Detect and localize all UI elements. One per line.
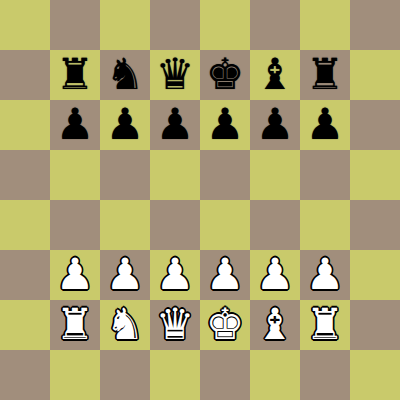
- piece-black-pawn[interactable]: ♟: [56, 99, 95, 149]
- square-f3[interactable]: ♟: [250, 250, 300, 300]
- piece-white-queen[interactable]: ♛: [156, 299, 195, 349]
- square-g4[interactable]: [300, 200, 350, 250]
- square-d8[interactable]: [150, 0, 200, 50]
- square-e1[interactable]: [200, 350, 250, 400]
- square-h6[interactable]: [350, 100, 400, 150]
- piece-black-pawn[interactable]: ♟: [156, 99, 195, 149]
- piece-white-pawn[interactable]: ♟: [206, 249, 245, 299]
- square-b2[interactable]: ♜: [50, 300, 100, 350]
- square-d7[interactable]: ♛: [150, 50, 200, 100]
- piece-black-king[interactable]: ♚: [206, 49, 245, 99]
- piece-white-pawn[interactable]: ♟: [306, 249, 345, 299]
- square-b7[interactable]: ♜: [50, 50, 100, 100]
- square-g1[interactable]: [300, 350, 350, 400]
- square-e8[interactable]: [200, 0, 250, 50]
- square-f5[interactable]: [250, 150, 300, 200]
- square-d6[interactable]: ♟: [150, 100, 200, 150]
- square-c5[interactable]: [100, 150, 150, 200]
- square-c2[interactable]: ♞: [100, 300, 150, 350]
- piece-black-queen[interactable]: ♛: [156, 49, 195, 99]
- piece-black-bishop[interactable]: ♝: [256, 49, 295, 99]
- chess-board: ♜♞♛♚♝♜♟♟♟♟♟♟♟♟♟♟♟♟♜♞♛♚♝♜: [0, 0, 400, 400]
- square-e6[interactable]: ♟: [200, 100, 250, 150]
- piece-black-knight[interactable]: ♞: [106, 49, 145, 99]
- square-a5[interactable]: [0, 150, 50, 200]
- square-b3[interactable]: ♟: [50, 250, 100, 300]
- square-c8[interactable]: [100, 0, 150, 50]
- square-f4[interactable]: [250, 200, 300, 250]
- piece-black-pawn[interactable]: ♟: [106, 99, 145, 149]
- square-f8[interactable]: [250, 0, 300, 50]
- square-h4[interactable]: [350, 200, 400, 250]
- square-g7[interactable]: ♜: [300, 50, 350, 100]
- square-b4[interactable]: [50, 200, 100, 250]
- square-f1[interactable]: [250, 350, 300, 400]
- square-h2[interactable]: [350, 300, 400, 350]
- square-d4[interactable]: [150, 200, 200, 250]
- square-b5[interactable]: [50, 150, 100, 200]
- piece-white-rook[interactable]: ♜: [306, 299, 345, 349]
- piece-black-rook[interactable]: ♜: [56, 49, 95, 99]
- piece-black-rook[interactable]: ♜: [306, 49, 345, 99]
- piece-white-pawn[interactable]: ♟: [156, 249, 195, 299]
- piece-white-king[interactable]: ♚: [206, 299, 245, 349]
- square-c6[interactable]: ♟: [100, 100, 150, 150]
- square-f6[interactable]: ♟: [250, 100, 300, 150]
- square-b6[interactable]: ♟: [50, 100, 100, 150]
- square-g3[interactable]: ♟: [300, 250, 350, 300]
- square-h5[interactable]: [350, 150, 400, 200]
- square-f7[interactable]: ♝: [250, 50, 300, 100]
- square-d5[interactable]: [150, 150, 200, 200]
- square-a8[interactable]: [0, 0, 50, 50]
- square-e2[interactable]: ♚: [200, 300, 250, 350]
- square-g6[interactable]: ♟: [300, 100, 350, 150]
- square-c1[interactable]: [100, 350, 150, 400]
- square-c4[interactable]: [100, 200, 150, 250]
- square-e5[interactable]: [200, 150, 250, 200]
- square-e4[interactable]: [200, 200, 250, 250]
- square-e3[interactable]: ♟: [200, 250, 250, 300]
- square-a6[interactable]: [0, 100, 50, 150]
- piece-white-pawn[interactable]: ♟: [106, 249, 145, 299]
- square-g5[interactable]: [300, 150, 350, 200]
- square-c3[interactable]: ♟: [100, 250, 150, 300]
- square-h7[interactable]: [350, 50, 400, 100]
- piece-black-pawn[interactable]: ♟: [256, 99, 295, 149]
- piece-white-pawn[interactable]: ♟: [56, 249, 95, 299]
- square-a1[interactable]: [0, 350, 50, 400]
- square-b8[interactable]: [50, 0, 100, 50]
- square-a4[interactable]: [0, 200, 50, 250]
- square-c7[interactable]: ♞: [100, 50, 150, 100]
- square-f2[interactable]: ♝: [250, 300, 300, 350]
- square-g8[interactable]: [300, 0, 350, 50]
- square-a7[interactable]: [0, 50, 50, 100]
- square-b1[interactable]: [50, 350, 100, 400]
- square-d2[interactable]: ♛: [150, 300, 200, 350]
- square-g2[interactable]: ♜: [300, 300, 350, 350]
- piece-white-pawn[interactable]: ♟: [256, 249, 295, 299]
- square-h1[interactable]: [350, 350, 400, 400]
- square-a3[interactable]: [0, 250, 50, 300]
- square-h8[interactable]: [350, 0, 400, 50]
- square-d3[interactable]: ♟: [150, 250, 200, 300]
- square-h3[interactable]: [350, 250, 400, 300]
- piece-black-pawn[interactable]: ♟: [306, 99, 345, 149]
- square-e7[interactable]: ♚: [200, 50, 250, 100]
- square-a2[interactable]: [0, 300, 50, 350]
- piece-white-rook[interactable]: ♜: [56, 299, 95, 349]
- piece-black-pawn[interactable]: ♟: [206, 99, 245, 149]
- piece-white-bishop[interactable]: ♝: [256, 299, 295, 349]
- piece-white-knight[interactable]: ♞: [106, 299, 145, 349]
- square-d1[interactable]: [150, 350, 200, 400]
